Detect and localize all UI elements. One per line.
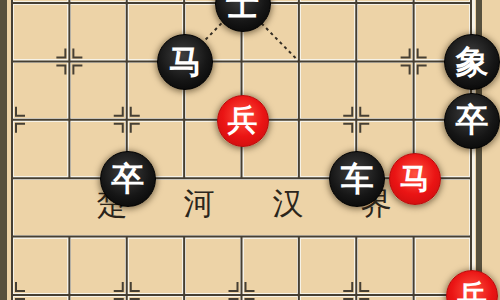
piece-black-soldier[interactable]: 卒 (444, 93, 500, 149)
xiangqi-board[interactable]: 楚河汉界 士马象兵卒卒车马兵 (0, 0, 500, 300)
piece-red-soldier[interactable]: 兵 (217, 95, 269, 147)
board-grid-lines (0, 0, 500, 300)
river-char: 河 (179, 184, 219, 224)
piece-black-elephant[interactable]: 象 (444, 34, 500, 90)
river-char: 汉 (268, 184, 308, 224)
board-frame-left (0, 0, 7, 300)
piece-black-soldier[interactable]: 卒 (100, 151, 156, 207)
piece-red-horse[interactable]: 马 (389, 153, 441, 205)
